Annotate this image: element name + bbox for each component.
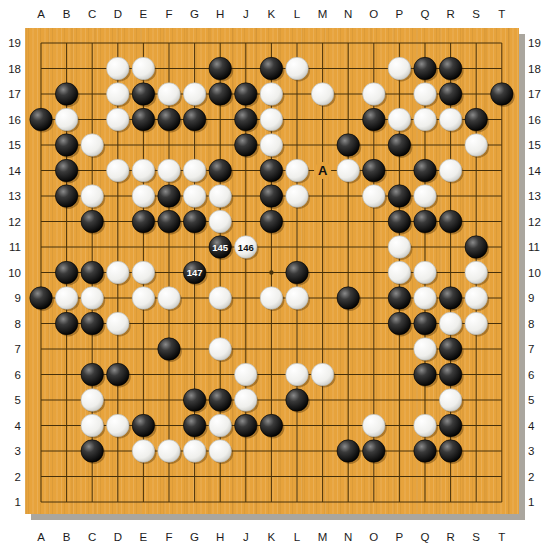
black-stone-f13	[158, 185, 180, 207]
black-stone-k14	[260, 159, 282, 181]
black-stone-q8	[414, 312, 436, 334]
black-stone-q3	[414, 440, 436, 462]
row-label-right: 4	[528, 420, 535, 432]
white-stone-s15	[465, 134, 487, 156]
black-stone-b17	[55, 83, 77, 105]
column-label-top: F	[165, 8, 172, 20]
white-stone-e14	[132, 159, 154, 181]
black-stone-h5	[209, 389, 231, 411]
white-stone-k16	[260, 108, 282, 130]
black-stone-c6	[81, 363, 103, 385]
row-label-right: 14	[528, 165, 541, 177]
column-label-top: E	[140, 8, 148, 20]
white-stone-s10	[465, 261, 487, 283]
black-stone-f16	[158, 108, 180, 130]
row-label-left: 2	[15, 471, 21, 483]
row-label-right: 5	[528, 394, 534, 406]
row-label-left: 8	[15, 318, 21, 330]
row-label-left: 12	[8, 216, 21, 228]
black-stone-e16	[132, 108, 154, 130]
white-stone-d8	[107, 312, 129, 334]
white-stone-o4	[363, 414, 385, 436]
column-label-bottom: N	[344, 531, 352, 543]
column-label-bottom: J	[243, 531, 249, 543]
row-label-left: 15	[8, 139, 21, 151]
black-stone-p9	[388, 287, 410, 309]
black-stone-b14	[55, 159, 77, 181]
column-label-bottom: E	[140, 531, 148, 543]
black-stone-n3	[337, 440, 359, 462]
column-label-top: R	[446, 8, 454, 20]
white-stone-e10	[132, 261, 154, 283]
white-stone-r8	[439, 312, 461, 334]
column-label-bottom: S	[472, 531, 480, 543]
white-stone-h4	[209, 414, 231, 436]
column-label-top: D	[114, 8, 122, 20]
row-label-left: 11	[9, 241, 21, 253]
white-stone-l6	[286, 363, 308, 385]
move-number-label-147: 147	[187, 267, 203, 278]
row-label-right: 15	[528, 139, 541, 151]
white-stone-g14	[183, 159, 205, 181]
white-stone-j5	[235, 389, 257, 411]
column-label-bottom: O	[369, 531, 378, 543]
white-stone-l14	[286, 159, 308, 181]
black-stone-d6	[107, 363, 129, 385]
row-label-left: 4	[15, 420, 22, 432]
white-stone-e18	[132, 57, 154, 79]
annotation-letter-A: A	[318, 163, 328, 178]
white-stone-q9	[414, 287, 436, 309]
black-stone-c10	[81, 261, 103, 283]
white-stone-o13	[363, 185, 385, 207]
black-stone-p15	[388, 134, 410, 156]
white-stone-f14	[158, 159, 180, 181]
black-stone-p12	[388, 210, 410, 232]
row-label-left: 16	[8, 114, 21, 126]
column-label-bottom: D	[114, 531, 122, 543]
black-stone-j15	[235, 134, 257, 156]
column-label-top: G	[190, 8, 199, 20]
black-stone-g5	[183, 389, 205, 411]
white-stone-g3	[183, 440, 205, 462]
black-stone-f7	[158, 338, 180, 360]
white-stone-d14	[107, 159, 129, 181]
black-stone-q6	[414, 363, 436, 385]
white-stone-g13	[183, 185, 205, 207]
black-stone-h18	[209, 57, 231, 79]
column-label-top: S	[472, 8, 480, 20]
row-label-right: 12	[528, 216, 541, 228]
black-stone-e4	[132, 414, 154, 436]
column-label-top: P	[396, 8, 404, 20]
white-stone-c5	[81, 389, 103, 411]
black-stone-e17	[132, 83, 154, 105]
black-stone-k13	[260, 185, 282, 207]
row-label-left: 7	[15, 343, 21, 355]
column-label-top: T	[498, 8, 505, 20]
white-stone-j6	[235, 363, 257, 385]
column-label-top: L	[294, 8, 301, 20]
row-label-left: 1	[15, 496, 21, 508]
black-stone-b15	[55, 134, 77, 156]
black-stone-t17	[491, 83, 513, 105]
column-label-top: Q	[421, 8, 430, 20]
row-label-right: 7	[528, 343, 534, 355]
white-stone-d10	[107, 261, 129, 283]
column-label-bottom: Q	[421, 531, 430, 543]
column-label-top: B	[63, 8, 71, 20]
column-label-top: O	[369, 8, 378, 20]
white-stone-c9	[81, 287, 103, 309]
row-label-left: 3	[15, 445, 21, 457]
black-stone-b13	[55, 185, 77, 207]
column-label-bottom: P	[396, 531, 404, 543]
white-stone-c15	[81, 134, 103, 156]
move-number-label-145: 145	[212, 242, 229, 253]
white-stone-e3	[132, 440, 154, 462]
white-stone-d16	[107, 108, 129, 130]
white-stone-m6	[311, 363, 333, 385]
row-label-right: 1	[528, 496, 534, 508]
black-stone-j17	[235, 83, 257, 105]
white-stone-l18	[286, 57, 308, 79]
white-stone-q13	[414, 185, 436, 207]
star-point-k10	[269, 270, 273, 274]
black-stone-a9	[30, 287, 52, 309]
column-label-bottom: H	[216, 531, 224, 543]
black-stone-b8	[55, 312, 77, 334]
black-stone-l10	[286, 261, 308, 283]
black-stone-s11	[465, 236, 487, 258]
row-label-left: 9	[15, 292, 21, 304]
row-label-right: 6	[528, 369, 534, 381]
white-stone-d17	[107, 83, 129, 105]
black-stone-s16	[465, 108, 487, 130]
white-stone-h3	[209, 440, 231, 462]
white-stone-q17	[414, 83, 436, 105]
row-label-right: 9	[528, 292, 534, 304]
white-stone-p11	[388, 236, 410, 258]
black-stone-r7	[439, 338, 461, 360]
white-stone-d4	[107, 414, 129, 436]
column-label-top: H	[216, 8, 224, 20]
row-label-right: 2	[528, 471, 534, 483]
black-stone-l5	[286, 389, 308, 411]
row-label-left: 13	[8, 190, 21, 202]
white-stone-k17	[260, 83, 282, 105]
white-stone-r5	[439, 389, 461, 411]
white-stone-c4	[81, 414, 103, 436]
black-stone-r4	[439, 414, 461, 436]
row-label-right: 19	[528, 37, 541, 49]
white-stone-e13	[132, 185, 154, 207]
white-stone-s8	[465, 312, 487, 334]
black-stone-f12	[158, 210, 180, 232]
white-stone-l9	[286, 287, 308, 309]
column-label-bottom: G	[190, 531, 199, 543]
column-label-bottom: M	[318, 531, 328, 543]
white-stone-b16	[55, 108, 77, 130]
white-stone-f17	[158, 83, 180, 105]
column-label-bottom: L	[294, 531, 301, 543]
column-label-top: A	[37, 8, 45, 20]
white-stone-b9	[55, 287, 77, 309]
row-label-right: 18	[528, 63, 541, 75]
column-label-top: J	[243, 8, 249, 20]
row-label-left: 18	[8, 63, 21, 75]
row-label-left: 10	[8, 267, 21, 279]
column-label-bottom: R	[446, 531, 454, 543]
row-label-right: 3	[528, 445, 534, 457]
black-stone-j16	[235, 108, 257, 130]
row-label-left: 17	[8, 88, 21, 100]
column-label-top: M	[318, 8, 328, 20]
board-grid-stones-layer[interactable]: AABBCCDDEEFFGGHHJJKKLLMMNNOOPPQQRRSSTT19…	[0, 0, 550, 550]
white-stone-k15	[260, 134, 282, 156]
black-stone-o3	[363, 440, 385, 462]
row-label-right: 17	[528, 88, 541, 100]
column-label-bottom: B	[63, 531, 71, 543]
black-stone-n15	[337, 134, 359, 156]
row-label-right: 8	[528, 318, 534, 330]
white-stone-r16	[439, 108, 461, 130]
column-label-bottom: A	[37, 531, 45, 543]
black-stone-q12	[414, 210, 436, 232]
black-stone-b10	[55, 261, 77, 283]
column-label-bottom: F	[165, 531, 172, 543]
white-stone-e9	[132, 287, 154, 309]
row-label-right: 13	[528, 190, 541, 202]
black-stone-o14	[363, 159, 385, 181]
column-label-bottom: C	[88, 531, 96, 543]
black-stone-a16	[30, 108, 52, 130]
white-stone-h12	[209, 210, 231, 232]
black-stone-g4	[183, 414, 205, 436]
white-stone-q16	[414, 108, 436, 130]
black-stone-k12	[260, 210, 282, 232]
black-stone-k4	[260, 414, 282, 436]
row-label-right: 10	[528, 267, 541, 279]
black-stone-e12	[132, 210, 154, 232]
black-stone-r17	[439, 83, 461, 105]
white-stone-c13	[81, 185, 103, 207]
white-stone-f9	[158, 287, 180, 309]
black-stone-k18	[260, 57, 282, 79]
black-stone-r18	[439, 57, 461, 79]
white-stone-l13	[286, 185, 308, 207]
black-stone-c12	[81, 210, 103, 232]
row-label-right: 11	[528, 241, 540, 253]
white-stone-r14	[439, 159, 461, 181]
white-stone-h7	[209, 338, 231, 360]
black-stone-r12	[439, 210, 461, 232]
column-label-top: C	[88, 8, 96, 20]
white-stone-p16	[388, 108, 410, 130]
row-label-left: 19	[8, 37, 21, 49]
black-stone-c8	[81, 312, 103, 334]
black-stone-p8	[388, 312, 410, 334]
white-stone-s9	[465, 287, 487, 309]
row-label-left: 14	[8, 165, 21, 177]
white-stone-q10	[414, 261, 436, 283]
go-board-diagram: AABBCCDDEEFFGGHHJJKKLLMMNNOOPPQQRRSSTT19…	[0, 0, 550, 550]
column-label-top: K	[268, 8, 276, 20]
black-stone-h17	[209, 83, 231, 105]
black-stone-p13	[388, 185, 410, 207]
black-stone-g16	[183, 108, 205, 130]
black-stone-j4	[235, 414, 257, 436]
black-stone-q14	[414, 159, 436, 181]
white-stone-p10	[388, 261, 410, 283]
black-stone-c3	[81, 440, 103, 462]
white-stone-p18	[388, 57, 410, 79]
white-stone-m17	[311, 83, 333, 105]
black-stone-q18	[414, 57, 436, 79]
column-label-bottom: K	[268, 531, 276, 543]
white-stone-o17	[363, 83, 385, 105]
black-stone-g12	[183, 210, 205, 232]
white-stone-n14	[337, 159, 359, 181]
row-label-left: 5	[15, 394, 21, 406]
white-stone-k9	[260, 287, 282, 309]
black-stone-r9	[439, 287, 461, 309]
black-stone-n9	[337, 287, 359, 309]
white-stone-h13	[209, 185, 231, 207]
move-number-label-146: 146	[238, 242, 254, 253]
white-stone-d18	[107, 57, 129, 79]
black-stone-r6	[439, 363, 461, 385]
black-stone-o16	[363, 108, 385, 130]
white-stone-g17	[183, 83, 205, 105]
black-stone-h14	[209, 159, 231, 181]
white-stone-f3	[158, 440, 180, 462]
white-stone-q4	[414, 414, 436, 436]
black-stone-r3	[439, 440, 461, 462]
column-label-top: N	[344, 8, 352, 20]
column-label-bottom: T	[498, 531, 505, 543]
row-label-left: 6	[15, 369, 21, 381]
white-stone-q7	[414, 338, 436, 360]
row-label-right: 16	[528, 114, 541, 126]
white-stone-h9	[209, 287, 231, 309]
